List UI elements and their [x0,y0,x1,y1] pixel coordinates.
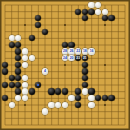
stone-black[interactable] [15,82,21,88]
stone-white[interactable] [15,95,21,101]
stone-black[interactable] [75,95,81,101]
stone-black[interactable] [62,88,68,94]
stone-white[interactable]: 26 [68,48,74,54]
move-number-label: 28 [62,48,68,54]
stone-black[interactable] [55,88,61,94]
stone-black[interactable] [15,68,21,74]
stone-white[interactable] [9,102,15,108]
stone-black[interactable] [82,75,88,81]
stone-white[interactable] [102,9,108,15]
stone-white[interactable] [22,82,28,88]
stone-white[interactable]: 28 [62,48,68,54]
stone-white[interactable] [42,108,48,114]
stones-layer: 2826221816242023214 [2,2,129,129]
stone-white[interactable] [22,88,28,94]
stone-black[interactable] [82,9,88,15]
stone-black[interactable] [82,62,88,68]
move-number-label: 26 [68,48,74,54]
stone-black[interactable] [75,9,81,15]
stone-black[interactable] [88,88,94,94]
stone-black[interactable] [35,15,41,21]
stone-black[interactable] [108,95,114,101]
stone-black[interactable] [102,15,108,21]
stone-black[interactable] [35,22,41,28]
move-number-label: 16 [88,48,94,54]
move-number-label: 21 [82,55,88,61]
stone-white[interactable] [15,35,21,41]
stone-black[interactable] [75,88,81,94]
stone-black[interactable] [75,102,81,108]
stone-black[interactable] [15,62,21,68]
stone-white[interactable] [22,95,28,101]
stone-black[interactable] [35,82,41,88]
stone-black[interactable]: 21 [82,55,88,61]
move-number-label: 18 [82,48,88,54]
stone-white[interactable] [68,95,74,101]
stone-black[interactable] [9,42,15,48]
stone-black[interactable] [9,82,15,88]
stone-white[interactable] [22,55,28,61]
stone-black[interactable] [15,42,21,48]
stone-black[interactable] [2,68,8,74]
stone-white[interactable] [9,35,15,41]
stone-black[interactable] [29,88,35,94]
stone-black[interactable] [68,42,74,48]
stone-black[interactable] [108,15,114,21]
stone-black[interactable] [48,88,54,94]
stone-white[interactable] [55,102,61,108]
stone-black[interactable] [9,75,15,81]
stone-black[interactable] [2,82,8,88]
move-number-label: 20 [68,55,74,61]
stone-black[interactable]: 23 [75,55,81,61]
stone-white[interactable] [82,88,88,94]
stone-black[interactable] [88,9,94,15]
stone-white[interactable] [95,9,101,15]
stone-black[interactable] [82,68,88,74]
last-move-dot-marker [37,84,39,86]
stone-black[interactable] [15,75,21,81]
stone-white[interactable] [62,102,68,108]
stone-black[interactable] [62,42,68,48]
stone-white[interactable] [22,62,28,68]
stone-white[interactable] [22,75,28,81]
stone-black[interactable] [2,95,8,101]
stone-white[interactable]: 16 [88,48,94,54]
stone-white[interactable]: 18 [82,48,88,54]
stone-black[interactable] [82,15,88,21]
stone-black[interactable] [15,48,21,54]
stone-black[interactable] [15,55,21,61]
stone-white[interactable] [88,102,94,108]
stone-white[interactable]: 4 [42,68,48,74]
stone-black[interactable] [15,88,21,94]
stone-white[interactable] [29,55,35,61]
stone-black[interactable] [2,62,8,68]
stone-white[interactable] [88,2,94,8]
stone-black[interactable] [82,82,88,88]
stone-black[interactable] [95,95,101,101]
move-number-label: 22 [75,48,81,54]
stone-white[interactable] [88,95,94,101]
move-number-label: 24 [62,55,68,61]
stone-white[interactable]: 24 [62,55,68,61]
stone-white[interactable]: 22 [75,48,81,54]
stone-black[interactable] [29,35,35,41]
stone-white[interactable]: 20 [68,55,74,61]
stone-white[interactable] [95,2,101,8]
stone-white[interactable] [22,48,28,54]
go-board[interactable]: 2826221816242023214 [0,0,130,130]
move-number-label: 23 [75,55,81,61]
stone-white[interactable] [48,102,54,108]
move-number-label: 4 [42,68,48,74]
stone-black[interactable] [102,95,108,101]
stone-black[interactable] [42,29,48,35]
